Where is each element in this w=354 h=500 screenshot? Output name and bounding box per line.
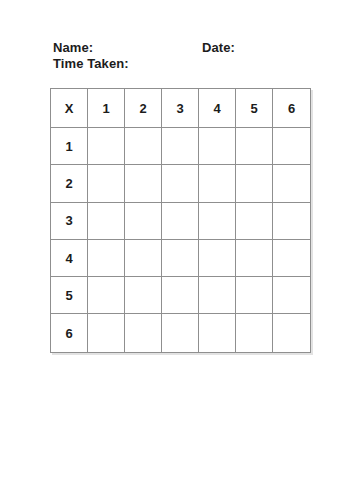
answer-cell-4x3[interactable] bbox=[162, 240, 199, 277]
row-header-4: 4 bbox=[51, 240, 88, 277]
answer-cell-5x5[interactable] bbox=[236, 277, 273, 314]
row-header-1: 1 bbox=[51, 128, 88, 165]
row-header-3: 3 bbox=[51, 203, 88, 240]
col-header-2: 2 bbox=[125, 89, 162, 128]
answer-cell-5x1[interactable] bbox=[88, 277, 125, 314]
col-header-4: 4 bbox=[199, 89, 236, 128]
answer-cell-3x2[interactable] bbox=[125, 203, 162, 240]
answer-cell-3x3[interactable] bbox=[162, 203, 199, 240]
answer-cell-4x1[interactable] bbox=[88, 240, 125, 277]
answer-cell-6x1[interactable] bbox=[88, 314, 125, 351]
row-header-5: 5 bbox=[51, 277, 88, 314]
answer-cell-3x5[interactable] bbox=[236, 203, 273, 240]
answer-cell-2x4[interactable] bbox=[199, 165, 236, 202]
time-taken-label: Time Taken: bbox=[53, 56, 129, 72]
col-header-6: 6 bbox=[273, 89, 310, 128]
col-header-3: 3 bbox=[162, 89, 199, 128]
answer-cell-5x2[interactable] bbox=[125, 277, 162, 314]
answer-cell-1x6[interactable] bbox=[273, 128, 310, 165]
answer-cell-5x6[interactable] bbox=[273, 277, 310, 314]
col-header-5: 5 bbox=[236, 89, 273, 128]
answer-cell-2x3[interactable] bbox=[162, 165, 199, 202]
row-header-6: 6 bbox=[51, 314, 88, 351]
date-label: Date: bbox=[202, 40, 235, 56]
answer-cell-6x6[interactable] bbox=[273, 314, 310, 351]
corner-header-x: X bbox=[51, 89, 88, 128]
answer-cell-2x6[interactable] bbox=[273, 165, 310, 202]
row-header-2: 2 bbox=[51, 165, 88, 202]
answer-cell-1x2[interactable] bbox=[125, 128, 162, 165]
answer-cell-1x4[interactable] bbox=[199, 128, 236, 165]
answer-cell-3x1[interactable] bbox=[88, 203, 125, 240]
answer-cell-4x6[interactable] bbox=[273, 240, 310, 277]
col-header-1: 1 bbox=[88, 89, 125, 128]
answer-cell-4x2[interactable] bbox=[125, 240, 162, 277]
multiplication-grid: X 1 2 3 4 5 6 1 2 3 4 bbox=[50, 88, 311, 353]
answer-cell-1x3[interactable] bbox=[162, 128, 199, 165]
answer-cell-3x4[interactable] bbox=[199, 203, 236, 240]
answer-cell-6x5[interactable] bbox=[236, 314, 273, 351]
answer-cell-2x5[interactable] bbox=[236, 165, 273, 202]
answer-cell-4x5[interactable] bbox=[236, 240, 273, 277]
answer-cell-1x5[interactable] bbox=[236, 128, 273, 165]
worksheet-page: Name: Date: Time Taken: X 1 2 3 4 5 6 1 … bbox=[0, 0, 354, 500]
answer-cell-5x3[interactable] bbox=[162, 277, 199, 314]
answer-cell-5x4[interactable] bbox=[199, 277, 236, 314]
name-label: Name: bbox=[53, 40, 93, 56]
answer-cell-6x4[interactable] bbox=[199, 314, 236, 351]
answer-cell-3x6[interactable] bbox=[273, 203, 310, 240]
answer-cell-1x1[interactable] bbox=[88, 128, 125, 165]
answer-cell-6x3[interactable] bbox=[162, 314, 199, 351]
answer-cell-6x2[interactable] bbox=[125, 314, 162, 351]
answer-cell-2x2[interactable] bbox=[125, 165, 162, 202]
answer-cell-2x1[interactable] bbox=[88, 165, 125, 202]
answer-cell-4x4[interactable] bbox=[199, 240, 236, 277]
